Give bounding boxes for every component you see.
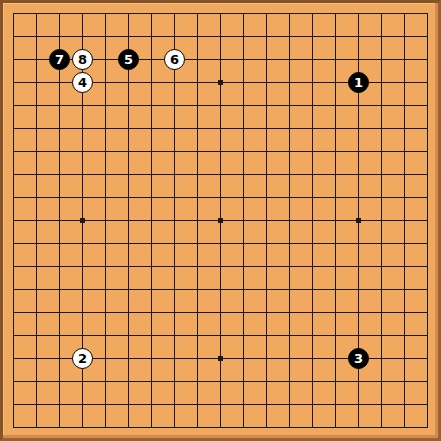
stone-white-8: 8 [72,49,93,70]
star-point [218,80,223,85]
stone-black-5: 5 [118,49,139,70]
go-board: 12345678 [0,0,441,441]
star-point [356,218,361,223]
stone-white-6: 6 [164,49,185,70]
stone-black-7: 7 [49,49,70,70]
stone-black-3: 3 [348,348,369,369]
stones-layer: 12345678 [2,2,439,439]
stone-white-2: 2 [72,348,93,369]
star-point [80,218,85,223]
stone-white-4: 4 [72,72,93,93]
star-point [218,218,223,223]
star-point [218,356,223,361]
stone-black-1: 1 [348,72,369,93]
